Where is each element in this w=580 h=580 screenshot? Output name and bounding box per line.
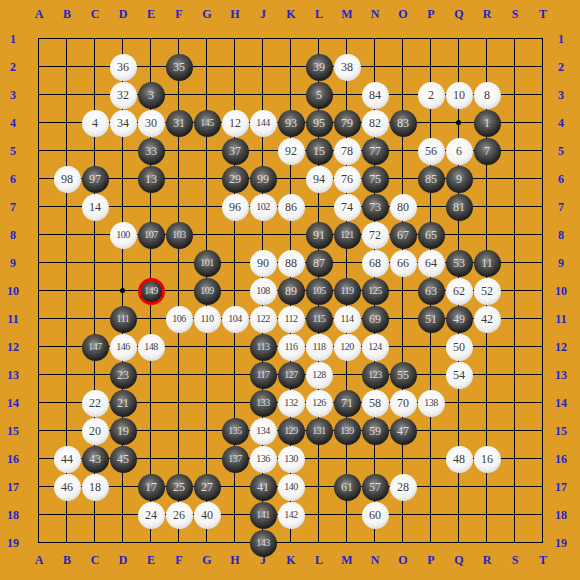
intersection-J15[interactable]: 134 bbox=[249, 417, 277, 445]
intersection-Q4[interactable] bbox=[445, 109, 473, 137]
intersection-P2[interactable] bbox=[417, 53, 445, 81]
intersection-E12[interactable]: 148 bbox=[137, 333, 165, 361]
intersection-S10[interactable] bbox=[501, 277, 529, 305]
intersection-M12[interactable]: 120 bbox=[333, 333, 361, 361]
intersection-T18[interactable] bbox=[529, 501, 557, 529]
intersection-B11[interactable] bbox=[53, 305, 81, 333]
intersection-S11[interactable] bbox=[501, 305, 529, 333]
intersection-H3[interactable] bbox=[221, 81, 249, 109]
intersection-K17[interactable]: 140 bbox=[277, 473, 305, 501]
intersection-O3[interactable] bbox=[389, 81, 417, 109]
intersection-T8[interactable] bbox=[529, 221, 557, 249]
intersection-K6[interactable] bbox=[277, 165, 305, 193]
intersection-D10[interactable] bbox=[109, 277, 137, 305]
intersection-E16[interactable] bbox=[137, 445, 165, 473]
intersection-F2[interactable]: 35 bbox=[165, 53, 193, 81]
intersection-E6[interactable]: 13 bbox=[137, 165, 165, 193]
intersection-L16[interactable] bbox=[305, 445, 333, 473]
intersection-C16[interactable]: 43 bbox=[81, 445, 109, 473]
intersection-P17[interactable] bbox=[417, 473, 445, 501]
intersection-D13[interactable]: 23 bbox=[109, 361, 137, 389]
intersection-A5[interactable] bbox=[25, 137, 53, 165]
intersection-E17[interactable]: 17 bbox=[137, 473, 165, 501]
intersection-F12[interactable] bbox=[165, 333, 193, 361]
intersection-N6[interactable]: 75 bbox=[361, 165, 389, 193]
intersection-C12[interactable]: 147 bbox=[81, 333, 109, 361]
intersection-J4[interactable]: 144 bbox=[249, 109, 277, 137]
intersection-H13[interactable] bbox=[221, 361, 249, 389]
intersection-K19[interactable] bbox=[277, 529, 305, 557]
intersection-H1[interactable] bbox=[221, 25, 249, 53]
intersection-F5[interactable] bbox=[165, 137, 193, 165]
intersection-J19[interactable]: 143 bbox=[249, 529, 277, 557]
intersection-T4[interactable] bbox=[529, 109, 557, 137]
intersection-T6[interactable] bbox=[529, 165, 557, 193]
intersection-B4[interactable] bbox=[53, 109, 81, 137]
intersection-B15[interactable] bbox=[53, 417, 81, 445]
intersection-C15[interactable]: 20 bbox=[81, 417, 109, 445]
intersection-D2[interactable]: 36 bbox=[109, 53, 137, 81]
intersection-P19[interactable] bbox=[417, 529, 445, 557]
intersection-N12[interactable]: 124 bbox=[361, 333, 389, 361]
intersection-J11[interactable]: 122 bbox=[249, 305, 277, 333]
intersection-C17[interactable]: 18 bbox=[81, 473, 109, 501]
intersection-M1[interactable] bbox=[333, 25, 361, 53]
intersection-M9[interactable] bbox=[333, 249, 361, 277]
intersection-S17[interactable] bbox=[501, 473, 529, 501]
intersection-L1[interactable] bbox=[305, 25, 333, 53]
intersection-L5[interactable]: 15 bbox=[305, 137, 333, 165]
intersection-F14[interactable] bbox=[165, 389, 193, 417]
intersection-G18[interactable]: 40 bbox=[193, 501, 221, 529]
intersection-B9[interactable] bbox=[53, 249, 81, 277]
intersection-G9[interactable]: 101 bbox=[193, 249, 221, 277]
intersection-N19[interactable] bbox=[361, 529, 389, 557]
intersection-R12[interactable] bbox=[473, 333, 501, 361]
intersection-O1[interactable] bbox=[389, 25, 417, 53]
intersection-M14[interactable]: 71 bbox=[333, 389, 361, 417]
intersection-G16[interactable] bbox=[193, 445, 221, 473]
intersection-N7[interactable]: 73 bbox=[361, 193, 389, 221]
intersection-A18[interactable] bbox=[25, 501, 53, 529]
intersection-A15[interactable] bbox=[25, 417, 53, 445]
intersection-T1[interactable] bbox=[529, 25, 557, 53]
intersection-N8[interactable]: 72 bbox=[361, 221, 389, 249]
intersection-D5[interactable] bbox=[109, 137, 137, 165]
intersection-Q3[interactable]: 10 bbox=[445, 81, 473, 109]
intersection-J10[interactable]: 108 bbox=[249, 277, 277, 305]
intersection-N5[interactable]: 77 bbox=[361, 137, 389, 165]
intersection-Q14[interactable] bbox=[445, 389, 473, 417]
intersection-T11[interactable] bbox=[529, 305, 557, 333]
intersection-D18[interactable] bbox=[109, 501, 137, 529]
intersection-F13[interactable] bbox=[165, 361, 193, 389]
intersection-S14[interactable] bbox=[501, 389, 529, 417]
intersection-B6[interactable]: 98 bbox=[53, 165, 81, 193]
intersection-Q10[interactable]: 62 bbox=[445, 277, 473, 305]
intersection-P11[interactable]: 51 bbox=[417, 305, 445, 333]
intersection-Q12[interactable]: 50 bbox=[445, 333, 473, 361]
intersection-J12[interactable]: 113 bbox=[249, 333, 277, 361]
intersection-H4[interactable]: 12 bbox=[221, 109, 249, 137]
intersection-B1[interactable] bbox=[53, 25, 81, 53]
intersection-P3[interactable]: 2 bbox=[417, 81, 445, 109]
intersection-T19[interactable] bbox=[529, 529, 557, 557]
intersection-N13[interactable]: 123 bbox=[361, 361, 389, 389]
intersection-M2[interactable]: 38 bbox=[333, 53, 361, 81]
intersection-K4[interactable]: 93 bbox=[277, 109, 305, 137]
intersection-H2[interactable] bbox=[221, 53, 249, 81]
intersection-E15[interactable] bbox=[137, 417, 165, 445]
intersection-L19[interactable] bbox=[305, 529, 333, 557]
intersection-H12[interactable] bbox=[221, 333, 249, 361]
intersection-G2[interactable] bbox=[193, 53, 221, 81]
intersection-B10[interactable] bbox=[53, 277, 81, 305]
intersection-Q7[interactable]: 81 bbox=[445, 193, 473, 221]
intersection-G19[interactable] bbox=[193, 529, 221, 557]
intersection-A8[interactable] bbox=[25, 221, 53, 249]
intersection-H8[interactable] bbox=[221, 221, 249, 249]
intersection-N2[interactable] bbox=[361, 53, 389, 81]
intersection-R9[interactable]: 11 bbox=[473, 249, 501, 277]
intersection-B7[interactable] bbox=[53, 193, 81, 221]
intersection-O2[interactable] bbox=[389, 53, 417, 81]
intersection-C4[interactable]: 4 bbox=[81, 109, 109, 137]
intersection-L3[interactable]: 5 bbox=[305, 81, 333, 109]
intersection-Q6[interactable]: 9 bbox=[445, 165, 473, 193]
intersection-N17[interactable]: 57 bbox=[361, 473, 389, 501]
intersection-E5[interactable]: 33 bbox=[137, 137, 165, 165]
intersection-L13[interactable]: 128 bbox=[305, 361, 333, 389]
intersection-H15[interactable]: 135 bbox=[221, 417, 249, 445]
intersection-S3[interactable] bbox=[501, 81, 529, 109]
intersection-M5[interactable]: 78 bbox=[333, 137, 361, 165]
intersection-A19[interactable] bbox=[25, 529, 53, 557]
intersection-L12[interactable]: 118 bbox=[305, 333, 333, 361]
intersection-P7[interactable] bbox=[417, 193, 445, 221]
intersection-J3[interactable] bbox=[249, 81, 277, 109]
intersection-M4[interactable]: 79 bbox=[333, 109, 361, 137]
intersection-K13[interactable]: 127 bbox=[277, 361, 305, 389]
intersection-F19[interactable] bbox=[165, 529, 193, 557]
intersection-G10[interactable]: 109 bbox=[193, 277, 221, 305]
intersection-H5[interactable]: 37 bbox=[221, 137, 249, 165]
intersection-A11[interactable] bbox=[25, 305, 53, 333]
intersection-M15[interactable]: 139 bbox=[333, 417, 361, 445]
intersection-R8[interactable] bbox=[473, 221, 501, 249]
intersection-P6[interactable]: 85 bbox=[417, 165, 445, 193]
intersection-B16[interactable]: 44 bbox=[53, 445, 81, 473]
intersection-O15[interactable]: 47 bbox=[389, 417, 417, 445]
intersection-K7[interactable]: 86 bbox=[277, 193, 305, 221]
intersection-P10[interactable]: 63 bbox=[417, 277, 445, 305]
intersection-F6[interactable] bbox=[165, 165, 193, 193]
intersection-R13[interactable] bbox=[473, 361, 501, 389]
intersection-E18[interactable]: 24 bbox=[137, 501, 165, 529]
intersection-M13[interactable] bbox=[333, 361, 361, 389]
intersection-D12[interactable]: 146 bbox=[109, 333, 137, 361]
intersection-O5[interactable] bbox=[389, 137, 417, 165]
intersection-B5[interactable] bbox=[53, 137, 81, 165]
intersection-L11[interactable]: 115 bbox=[305, 305, 333, 333]
intersection-T14[interactable] bbox=[529, 389, 557, 417]
intersection-O16[interactable] bbox=[389, 445, 417, 473]
intersection-K18[interactable]: 142 bbox=[277, 501, 305, 529]
intersection-S9[interactable] bbox=[501, 249, 529, 277]
intersection-K15[interactable]: 129 bbox=[277, 417, 305, 445]
intersection-S12[interactable] bbox=[501, 333, 529, 361]
intersection-O14[interactable]: 70 bbox=[389, 389, 417, 417]
intersection-H9[interactable] bbox=[221, 249, 249, 277]
intersection-G8[interactable] bbox=[193, 221, 221, 249]
intersection-F1[interactable] bbox=[165, 25, 193, 53]
intersection-T5[interactable] bbox=[529, 137, 557, 165]
intersection-N9[interactable]: 68 bbox=[361, 249, 389, 277]
intersection-J16[interactable]: 136 bbox=[249, 445, 277, 473]
intersection-H18[interactable] bbox=[221, 501, 249, 529]
intersection-S2[interactable] bbox=[501, 53, 529, 81]
intersection-M19[interactable] bbox=[333, 529, 361, 557]
intersection-G3[interactable] bbox=[193, 81, 221, 109]
intersection-T3[interactable] bbox=[529, 81, 557, 109]
intersection-S16[interactable] bbox=[501, 445, 529, 473]
intersection-R1[interactable] bbox=[473, 25, 501, 53]
intersection-E13[interactable] bbox=[137, 361, 165, 389]
intersection-C11[interactable] bbox=[81, 305, 109, 333]
intersection-F9[interactable] bbox=[165, 249, 193, 277]
intersection-L2[interactable]: 39 bbox=[305, 53, 333, 81]
intersection-O10[interactable] bbox=[389, 277, 417, 305]
intersection-J18[interactable]: 141 bbox=[249, 501, 277, 529]
intersection-T17[interactable] bbox=[529, 473, 557, 501]
intersection-C3[interactable] bbox=[81, 81, 109, 109]
intersection-B14[interactable] bbox=[53, 389, 81, 417]
intersection-P14[interactable]: 138 bbox=[417, 389, 445, 417]
intersection-K14[interactable]: 132 bbox=[277, 389, 305, 417]
intersection-B12[interactable] bbox=[53, 333, 81, 361]
intersection-P13[interactable] bbox=[417, 361, 445, 389]
intersection-Q11[interactable]: 49 bbox=[445, 305, 473, 333]
intersection-O13[interactable]: 55 bbox=[389, 361, 417, 389]
intersection-P8[interactable]: 65 bbox=[417, 221, 445, 249]
intersection-C19[interactable] bbox=[81, 529, 109, 557]
intersection-K5[interactable]: 92 bbox=[277, 137, 305, 165]
intersection-R5[interactable]: 7 bbox=[473, 137, 501, 165]
intersection-S7[interactable] bbox=[501, 193, 529, 221]
intersection-H10[interactable] bbox=[221, 277, 249, 305]
intersection-M16[interactable] bbox=[333, 445, 361, 473]
intersection-A2[interactable] bbox=[25, 53, 53, 81]
intersection-D11[interactable]: 111 bbox=[109, 305, 137, 333]
intersection-T7[interactable] bbox=[529, 193, 557, 221]
intersection-L7[interactable] bbox=[305, 193, 333, 221]
intersection-T12[interactable] bbox=[529, 333, 557, 361]
intersection-D7[interactable] bbox=[109, 193, 137, 221]
intersection-K16[interactable]: 130 bbox=[277, 445, 305, 473]
intersection-K12[interactable]: 116 bbox=[277, 333, 305, 361]
intersection-G12[interactable] bbox=[193, 333, 221, 361]
intersection-E11[interactable] bbox=[137, 305, 165, 333]
intersection-L4[interactable]: 95 bbox=[305, 109, 333, 137]
intersection-P1[interactable] bbox=[417, 25, 445, 53]
intersection-F18[interactable]: 26 bbox=[165, 501, 193, 529]
intersection-S4[interactable] bbox=[501, 109, 529, 137]
intersection-P9[interactable]: 64 bbox=[417, 249, 445, 277]
intersection-D9[interactable] bbox=[109, 249, 137, 277]
intersection-O8[interactable]: 67 bbox=[389, 221, 417, 249]
intersection-N14[interactable]: 58 bbox=[361, 389, 389, 417]
intersection-T9[interactable] bbox=[529, 249, 557, 277]
intersection-C9[interactable] bbox=[81, 249, 109, 277]
intersection-O7[interactable]: 80 bbox=[389, 193, 417, 221]
intersection-N16[interactable] bbox=[361, 445, 389, 473]
intersection-O4[interactable]: 83 bbox=[389, 109, 417, 137]
intersection-R14[interactable] bbox=[473, 389, 501, 417]
intersection-G15[interactable] bbox=[193, 417, 221, 445]
intersection-A14[interactable] bbox=[25, 389, 53, 417]
intersection-E4[interactable]: 30 bbox=[137, 109, 165, 137]
intersection-B19[interactable] bbox=[53, 529, 81, 557]
intersection-J7[interactable]: 102 bbox=[249, 193, 277, 221]
intersection-B3[interactable] bbox=[53, 81, 81, 109]
intersection-N15[interactable]: 59 bbox=[361, 417, 389, 445]
intersection-Q19[interactable] bbox=[445, 529, 473, 557]
intersection-E8[interactable]: 107 bbox=[137, 221, 165, 249]
intersection-D1[interactable] bbox=[109, 25, 137, 53]
intersection-R4[interactable]: 1 bbox=[473, 109, 501, 137]
intersection-K11[interactable]: 112 bbox=[277, 305, 305, 333]
intersection-J13[interactable]: 117 bbox=[249, 361, 277, 389]
intersection-C10[interactable] bbox=[81, 277, 109, 305]
intersection-G1[interactable] bbox=[193, 25, 221, 53]
intersection-N1[interactable] bbox=[361, 25, 389, 53]
intersection-R7[interactable] bbox=[473, 193, 501, 221]
intersection-H14[interactable] bbox=[221, 389, 249, 417]
intersection-K3[interactable] bbox=[277, 81, 305, 109]
intersection-E1[interactable] bbox=[137, 25, 165, 53]
intersection-C7[interactable]: 14 bbox=[81, 193, 109, 221]
intersection-N10[interactable]: 125 bbox=[361, 277, 389, 305]
intersection-N3[interactable]: 84 bbox=[361, 81, 389, 109]
intersection-N18[interactable]: 60 bbox=[361, 501, 389, 529]
intersection-E10[interactable]: 149 bbox=[137, 277, 165, 305]
intersection-A10[interactable] bbox=[25, 277, 53, 305]
intersection-B2[interactable] bbox=[53, 53, 81, 81]
intersection-D6[interactable] bbox=[109, 165, 137, 193]
intersection-Q2[interactable] bbox=[445, 53, 473, 81]
intersection-P15[interactable] bbox=[417, 417, 445, 445]
intersection-C2[interactable] bbox=[81, 53, 109, 81]
intersection-P12[interactable] bbox=[417, 333, 445, 361]
intersection-J17[interactable]: 41 bbox=[249, 473, 277, 501]
intersection-Q18[interactable] bbox=[445, 501, 473, 529]
intersection-N11[interactable]: 69 bbox=[361, 305, 389, 333]
intersection-A3[interactable] bbox=[25, 81, 53, 109]
intersection-J8[interactable] bbox=[249, 221, 277, 249]
intersection-J2[interactable] bbox=[249, 53, 277, 81]
intersection-G7[interactable] bbox=[193, 193, 221, 221]
intersection-M7[interactable]: 74 bbox=[333, 193, 361, 221]
intersection-Q1[interactable] bbox=[445, 25, 473, 53]
intersection-O6[interactable] bbox=[389, 165, 417, 193]
intersection-A13[interactable] bbox=[25, 361, 53, 389]
intersection-H11[interactable]: 104 bbox=[221, 305, 249, 333]
intersection-P4[interactable] bbox=[417, 109, 445, 137]
intersection-Q16[interactable]: 48 bbox=[445, 445, 473, 473]
intersection-G4[interactable]: 145 bbox=[193, 109, 221, 137]
intersection-M6[interactable]: 76 bbox=[333, 165, 361, 193]
intersection-S18[interactable] bbox=[501, 501, 529, 529]
intersection-E19[interactable] bbox=[137, 529, 165, 557]
intersection-C5[interactable] bbox=[81, 137, 109, 165]
intersection-Q5[interactable]: 6 bbox=[445, 137, 473, 165]
intersection-S15[interactable] bbox=[501, 417, 529, 445]
intersection-D19[interactable] bbox=[109, 529, 137, 557]
intersection-P5[interactable]: 56 bbox=[417, 137, 445, 165]
intersection-K10[interactable]: 89 bbox=[277, 277, 305, 305]
intersection-H17[interactable] bbox=[221, 473, 249, 501]
intersection-F15[interactable] bbox=[165, 417, 193, 445]
intersection-B17[interactable]: 46 bbox=[53, 473, 81, 501]
intersection-R6[interactable] bbox=[473, 165, 501, 193]
intersection-O9[interactable]: 66 bbox=[389, 249, 417, 277]
intersection-L6[interactable]: 94 bbox=[305, 165, 333, 193]
intersection-J1[interactable] bbox=[249, 25, 277, 53]
intersection-A17[interactable] bbox=[25, 473, 53, 501]
intersection-D16[interactable]: 45 bbox=[109, 445, 137, 473]
intersection-G6[interactable] bbox=[193, 165, 221, 193]
intersection-E9[interactable] bbox=[137, 249, 165, 277]
intersection-A12[interactable] bbox=[25, 333, 53, 361]
intersection-O12[interactable] bbox=[389, 333, 417, 361]
intersection-L9[interactable]: 87 bbox=[305, 249, 333, 277]
intersection-K1[interactable] bbox=[277, 25, 305, 53]
intersection-M3[interactable] bbox=[333, 81, 361, 109]
intersection-A7[interactable] bbox=[25, 193, 53, 221]
intersection-G17[interactable]: 27 bbox=[193, 473, 221, 501]
intersection-R19[interactable] bbox=[473, 529, 501, 557]
intersection-H6[interactable]: 29 bbox=[221, 165, 249, 193]
intersection-F11[interactable]: 106 bbox=[165, 305, 193, 333]
intersection-Q13[interactable]: 54 bbox=[445, 361, 473, 389]
intersection-Q8[interactable] bbox=[445, 221, 473, 249]
intersection-H7[interactable]: 96 bbox=[221, 193, 249, 221]
intersection-D3[interactable]: 32 bbox=[109, 81, 137, 109]
intersection-Q9[interactable]: 53 bbox=[445, 249, 473, 277]
intersection-A9[interactable] bbox=[25, 249, 53, 277]
intersection-R3[interactable]: 8 bbox=[473, 81, 501, 109]
intersection-G11[interactable]: 110 bbox=[193, 305, 221, 333]
intersection-E2[interactable] bbox=[137, 53, 165, 81]
intersection-J14[interactable]: 133 bbox=[249, 389, 277, 417]
intersection-F10[interactable] bbox=[165, 277, 193, 305]
intersection-K2[interactable] bbox=[277, 53, 305, 81]
intersection-S5[interactable] bbox=[501, 137, 529, 165]
intersection-R2[interactable] bbox=[473, 53, 501, 81]
intersection-F16[interactable] bbox=[165, 445, 193, 473]
intersection-L8[interactable]: 91 bbox=[305, 221, 333, 249]
intersection-T13[interactable] bbox=[529, 361, 557, 389]
intersection-E14[interactable] bbox=[137, 389, 165, 417]
intersection-C6[interactable]: 97 bbox=[81, 165, 109, 193]
intersection-T16[interactable] bbox=[529, 445, 557, 473]
intersection-B18[interactable] bbox=[53, 501, 81, 529]
intersection-C14[interactable]: 22 bbox=[81, 389, 109, 417]
intersection-L14[interactable]: 126 bbox=[305, 389, 333, 417]
intersection-M10[interactable]: 119 bbox=[333, 277, 361, 305]
intersection-R10[interactable]: 52 bbox=[473, 277, 501, 305]
intersection-C18[interactable] bbox=[81, 501, 109, 529]
